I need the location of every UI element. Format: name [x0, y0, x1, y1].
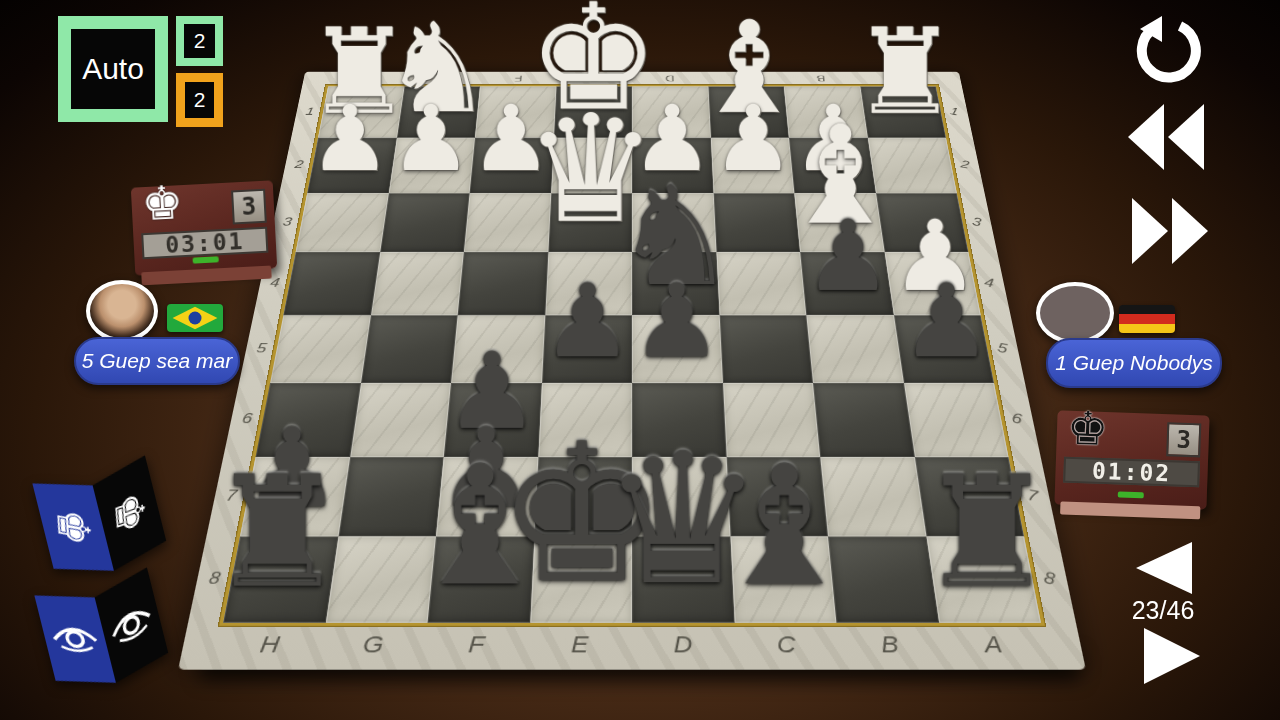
counter-green[interactable]: 2	[176, 16, 223, 66]
game-screen: ♜♞♚♝♜♟♟♟♟♟♟♛♝♞♟♟♟♟♟♟♟♟♜♝♚♛♝♜ 12345678 12…	[0, 0, 1280, 720]
square-h8[interactable]: ♜	[223, 536, 338, 622]
counter-orange[interactable]: 2	[176, 73, 223, 127]
file-label-D: D	[632, 73, 708, 86]
board-grid: ♜♞♚♝♜♟♟♟♟♟♟♛♝♞♟♟♟♟♟♟♟♟♜♝♚♛♝♜	[223, 87, 1041, 623]
square-h4[interactable]	[283, 252, 379, 315]
rewind-icon[interactable]	[1126, 104, 1206, 170]
square-a8[interactable]: ♜	[926, 536, 1041, 622]
black-pawn-d5[interactable]: ♟	[574, 274, 780, 367]
square-h3[interactable]	[296, 193, 389, 252]
left-player-avatar[interactable]	[86, 280, 158, 342]
brazil-flag-globe	[189, 312, 202, 325]
white-king-icon: ♚	[140, 179, 184, 227]
black-queen-d8[interactable]: ♛	[566, 437, 799, 603]
white-clock-base	[141, 266, 272, 286]
right-player-avatar[interactable]	[1036, 282, 1114, 344]
file-label-C: C	[734, 627, 840, 663]
file-label-G: G	[404, 73, 481, 86]
germany-flag-red-stripe	[1119, 314, 1175, 323]
file-label-E: E	[556, 73, 632, 86]
file-label-D: D	[632, 627, 736, 663]
file-label-F: F	[480, 73, 557, 86]
move-counter: 23/46	[1128, 596, 1198, 625]
file-labels-bottom: HGFEDCBA	[215, 627, 1049, 663]
file-label-E: E	[528, 627, 632, 663]
black-king-icon: ♚	[1066, 405, 1109, 452]
eye-die[interactable]	[32, 567, 175, 703]
eye-icon	[48, 624, 103, 655]
file-label-H: H	[215, 627, 325, 663]
file-label-G: G	[319, 627, 427, 663]
square-g3[interactable]	[380, 193, 470, 252]
brazil-flag-icon	[167, 304, 223, 332]
black-clock-led	[1118, 492, 1144, 499]
file-label-H: H	[328, 73, 406, 86]
germany-flag-black-stripe	[1119, 305, 1175, 314]
file-label-F: F	[424, 627, 530, 663]
next-move-icon[interactable]	[1142, 628, 1204, 684]
file-label-A: A	[858, 73, 936, 86]
white-flag-counter: 3	[231, 189, 267, 225]
file-label-B: B	[783, 73, 860, 86]
black-rook-h8[interactable]: ♜	[161, 461, 394, 603]
auto-button[interactable]: Auto	[58, 16, 168, 122]
file-label-B: B	[837, 627, 945, 663]
fallen-king-icon: ♚	[50, 505, 97, 549]
undo-icon[interactable]	[1132, 16, 1202, 86]
germany-flag-icon	[1119, 305, 1175, 333]
prev-move-icon[interactable]	[1132, 542, 1194, 594]
rank-label-2: 2	[949, 137, 981, 194]
black-pawn-a5[interactable]: ♟	[843, 274, 1049, 367]
file-label-A: A	[939, 627, 1049, 663]
square-d5[interactable]: ♟	[632, 315, 722, 383]
file-labels-top: HGFEDCBA	[328, 73, 935, 86]
square-g4[interactable]	[371, 252, 464, 315]
fallen-king-icon: ♚	[108, 486, 150, 540]
black-time-display: 01:02	[1063, 457, 1200, 488]
square-d8[interactable]: ♛	[632, 536, 734, 622]
resign-die[interactable]: ♚ ♚	[30, 455, 173, 591]
black-clock: ♚ 3 01:02	[1054, 410, 1209, 509]
chess-board: ♜♞♚♝♜♟♟♟♟♟♟♛♝♞♟♟♟♟♟♟♟♟♜♝♚♛♝♜ 12345678 12…	[178, 72, 1086, 670]
square-h5[interactable]	[270, 315, 370, 383]
eye-icon	[107, 599, 156, 652]
right-player-name[interactable]: 1 Guep Nobodys	[1046, 338, 1222, 388]
white-clock: ♚ 3 03:01	[131, 180, 277, 275]
white-time-display: 03:01	[141, 227, 268, 260]
square-a5[interactable]: ♟	[893, 315, 993, 383]
germany-flag-gold-stripe	[1119, 324, 1175, 333]
white-clock-led	[193, 256, 219, 263]
fast-forward-icon[interactable]	[1130, 198, 1210, 264]
file-label-C: C	[707, 73, 784, 86]
left-player-name[interactable]: 5 Guep sea mar	[74, 337, 240, 385]
black-flag-counter: 3	[1166, 422, 1201, 457]
